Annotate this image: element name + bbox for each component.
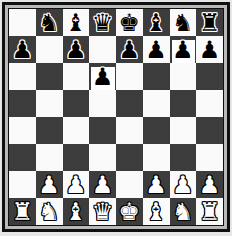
square-a1[interactable]: ♜ — [9, 198, 36, 225]
square-b7[interactable] — [36, 36, 63, 63]
square-e2[interactable] — [116, 171, 143, 198]
square-e6[interactable] — [116, 63, 143, 90]
square-h6[interactable] — [196, 63, 223, 90]
white-king: ♚ — [119, 200, 141, 224]
square-b3[interactable] — [36, 144, 63, 171]
square-a2[interactable] — [9, 171, 36, 198]
square-h4[interactable] — [196, 117, 223, 144]
square-c3[interactable] — [63, 144, 90, 171]
square-f7[interactable]: ♟ — [143, 36, 170, 63]
black-pawn: ♟ — [119, 38, 141, 62]
square-f2[interactable]: ♟ — [143, 171, 170, 198]
black-pawn: ♟ — [65, 38, 87, 62]
square-b6[interactable] — [36, 63, 63, 90]
chess-app-window: ♞♝♛♚♝♞♜♟♟♟♟♟♟♟♟♟♟♟♟♟♜♞♝♛♚♝♞♜ — [0, 0, 232, 236]
square-g6[interactable] — [170, 63, 197, 90]
square-d8[interactable]: ♛ — [89, 9, 116, 36]
white-pawn: ♟ — [92, 173, 114, 197]
square-e3[interactable] — [116, 144, 143, 171]
square-a7[interactable]: ♟ — [9, 36, 36, 63]
square-f8[interactable]: ♝ — [143, 9, 170, 36]
square-e5[interactable] — [116, 90, 143, 117]
black-pawn: ♟ — [172, 38, 194, 62]
square-b5[interactable] — [36, 90, 63, 117]
square-a4[interactable] — [9, 117, 36, 144]
white-rook: ♜ — [199, 200, 221, 224]
black-bishop: ♝ — [65, 11, 87, 35]
square-d6[interactable]: ♟ — [89, 63, 116, 90]
white-pawn: ♟ — [145, 173, 167, 197]
square-a8[interactable] — [9, 9, 36, 36]
square-e4[interactable] — [116, 117, 143, 144]
black-knight: ♞ — [38, 11, 60, 35]
square-f3[interactable] — [143, 144, 170, 171]
square-f5[interactable] — [143, 90, 170, 117]
square-c1[interactable]: ♝ — [63, 198, 90, 225]
white-knight: ♞ — [172, 200, 194, 224]
white-knight: ♞ — [38, 200, 60, 224]
square-g7[interactable]: ♟ — [170, 36, 197, 63]
square-d5[interactable] — [89, 90, 116, 117]
black-pawn: ♟ — [12, 38, 34, 62]
black-knight: ♞ — [172, 11, 194, 35]
white-bishop: ♝ — [65, 200, 87, 224]
square-b4[interactable] — [36, 117, 63, 144]
square-d4[interactable] — [89, 117, 116, 144]
black-king: ♚ — [119, 11, 141, 35]
white-pawn: ♟ — [172, 173, 194, 197]
black-rook: ♜ — [199, 11, 221, 35]
black-pawn: ♟ — [145, 38, 167, 62]
square-c5[interactable] — [63, 90, 90, 117]
square-g2[interactable]: ♟ — [170, 171, 197, 198]
square-f1[interactable]: ♝ — [143, 198, 170, 225]
square-d3[interactable] — [89, 144, 116, 171]
square-c8[interactable]: ♝ — [63, 9, 90, 36]
white-rook: ♜ — [12, 200, 34, 224]
white-queen: ♛ — [92, 200, 114, 224]
square-d2[interactable]: ♟ — [89, 171, 116, 198]
square-c4[interactable] — [63, 117, 90, 144]
white-pawn: ♟ — [199, 173, 221, 197]
square-g3[interactable] — [170, 144, 197, 171]
black-pawn: ♟ — [199, 38, 221, 62]
square-h3[interactable] — [196, 144, 223, 171]
black-bishop: ♝ — [145, 11, 167, 35]
square-d1[interactable]: ♛ — [89, 198, 116, 225]
square-e8[interactable]: ♚ — [116, 9, 143, 36]
chess-board: ♞♝♛♚♝♞♜♟♟♟♟♟♟♟♟♟♟♟♟♟♜♞♝♛♚♝♞♜ — [8, 8, 224, 226]
black-pawn: ♟ — [92, 65, 114, 89]
white-pawn: ♟ — [65, 173, 87, 197]
white-bishop: ♝ — [145, 200, 167, 224]
square-e1[interactable]: ♚ — [116, 198, 143, 225]
square-f4[interactable] — [143, 117, 170, 144]
square-a5[interactable] — [9, 90, 36, 117]
board-frame: ♞♝♛♚♝♞♜♟♟♟♟♟♟♟♟♟♟♟♟♟♜♞♝♛♚♝♞♜ — [2, 2, 230, 232]
square-a3[interactable] — [9, 144, 36, 171]
square-g5[interactable] — [170, 90, 197, 117]
square-d7[interactable] — [89, 36, 116, 63]
square-e7[interactable]: ♟ — [116, 36, 143, 63]
square-f6[interactable] — [143, 63, 170, 90]
square-h1[interactable]: ♜ — [196, 198, 223, 225]
square-g8[interactable]: ♞ — [170, 9, 197, 36]
square-b8[interactable]: ♞ — [36, 9, 63, 36]
square-h8[interactable]: ♜ — [196, 9, 223, 36]
square-g4[interactable] — [170, 117, 197, 144]
square-c6[interactable] — [63, 63, 90, 90]
square-c7[interactable]: ♟ — [63, 36, 90, 63]
square-a6[interactable] — [9, 63, 36, 90]
square-h7[interactable]: ♟ — [196, 36, 223, 63]
square-h2[interactable]: ♟ — [196, 171, 223, 198]
square-c2[interactable]: ♟ — [63, 171, 90, 198]
black-queen: ♛ — [92, 11, 114, 35]
square-h5[interactable] — [196, 90, 223, 117]
square-g1[interactable]: ♞ — [170, 198, 197, 225]
white-pawn: ♟ — [38, 173, 60, 197]
square-b2[interactable]: ♟ — [36, 171, 63, 198]
square-b1[interactable]: ♞ — [36, 198, 63, 225]
